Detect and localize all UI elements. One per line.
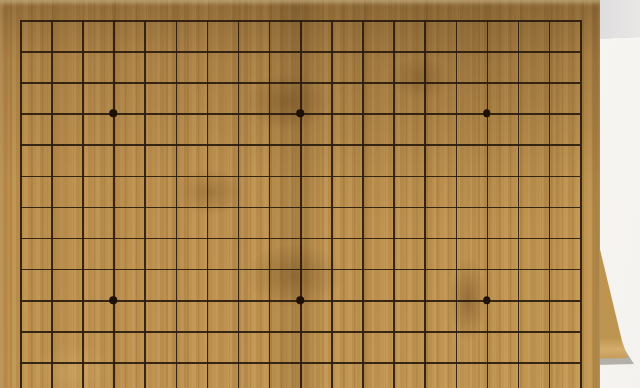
grid-line-vertical	[456, 20, 458, 388]
grid-line-vertical	[424, 20, 426, 388]
grid-line-vertical	[362, 20, 364, 388]
grid-line-horizontal	[20, 362, 580, 364]
grid-line-vertical	[176, 20, 178, 388]
grid-line-vertical	[144, 20, 146, 388]
grid-line-vertical	[393, 20, 395, 388]
star-point	[110, 110, 118, 118]
star-point	[296, 296, 304, 304]
grid-line-vertical	[487, 20, 489, 388]
grid-line-vertical	[113, 20, 115, 388]
star-point	[296, 110, 304, 118]
grid-line-vertical	[51, 20, 53, 388]
grid-line-vertical	[331, 20, 333, 388]
board-grid	[0, 0, 600, 388]
grid-line-vertical	[20, 20, 22, 388]
grid-line-vertical	[518, 20, 520, 388]
grid-line-vertical	[82, 20, 84, 388]
star-point	[110, 296, 118, 304]
grid-line-horizontal	[20, 331, 580, 333]
background-wall-right-panel	[593, 0, 640, 40]
grid-line-vertical	[300, 20, 302, 388]
grid-line-vertical	[580, 20, 582, 388]
grid-line-vertical	[238, 20, 240, 388]
grid-line-vertical	[207, 20, 209, 388]
grid-line-vertical	[549, 20, 551, 388]
go-board[interactable]	[0, 0, 600, 388]
photo-scene	[0, 0, 640, 388]
star-point	[483, 296, 491, 304]
star-point	[483, 110, 491, 118]
grid-line-vertical	[269, 20, 271, 388]
